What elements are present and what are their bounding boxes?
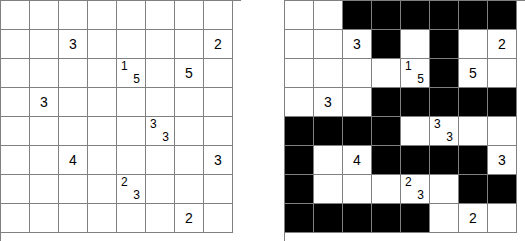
puzzle-cell-r1c3[interactable] (59, 1, 88, 30)
puzzle-cell-r1c4[interactable] (88, 1, 117, 30)
solution-cell-r7c1 (285, 175, 314, 204)
solution-cell-r8c2 (314, 204, 343, 233)
solution-cell-r3c5: 15 (401, 59, 430, 88)
puzzle-cell-r3c3[interactable] (59, 59, 88, 88)
puzzle-cell-r3c2[interactable] (30, 59, 59, 88)
solution-cell-r6c2 (314, 146, 343, 175)
clue-value-top-left: 1 (405, 60, 412, 73)
puzzle-cell-r1c7[interactable] (175, 1, 204, 30)
solution-cell-r4c4 (372, 88, 401, 117)
solution-cell-r1c3 (343, 1, 372, 30)
puzzle-cell-r6c3[interactable]: 4 (59, 146, 88, 175)
puzzle-cell-r7c1[interactable] (1, 175, 30, 204)
solution-cell-r6c1 (285, 146, 314, 175)
solution-cell-r8c7: 2 (459, 204, 488, 233)
solution-cell-r2c7 (459, 30, 488, 59)
puzzle-cell-r6c4[interactable] (88, 146, 117, 175)
puzzle-cell-r4c7[interactable] (175, 88, 204, 117)
clue-value: 3 (343, 30, 371, 58)
solution-cell-r8c1 (285, 204, 314, 233)
puzzle-cell-r6c1[interactable] (1, 146, 30, 175)
clue-value-bottom-right: 3 (162, 131, 169, 144)
solution-cell-r2c6 (430, 30, 459, 59)
solution-cell-r6c3: 4 (343, 146, 372, 175)
puzzle-cell-r5c5[interactable] (117, 117, 146, 146)
puzzle-cell-r8c4[interactable] (88, 204, 117, 233)
puzzle-cell-r2c5[interactable] (117, 30, 146, 59)
solution-cell-r2c3: 3 (343, 30, 372, 59)
solution-cell-r1c7 (459, 1, 488, 30)
solution-cell-r2c2 (314, 30, 343, 59)
solution-cell-r3c2 (314, 59, 343, 88)
solution-cell-r4c2: 3 (314, 88, 343, 117)
solution-cell-r8c6 (430, 204, 459, 233)
puzzle-cell-r5c2[interactable] (30, 117, 59, 146)
solution-cell-r6c5 (401, 146, 430, 175)
puzzle-cell-r4c3[interactable] (59, 88, 88, 117)
solution-cell-r2c8: 2 (488, 30, 517, 59)
solution-cell-r5c7 (459, 117, 488, 146)
clue-value: 3 (488, 146, 516, 174)
solution-cell-r4c1 (285, 88, 314, 117)
solution-cell-r3c4 (372, 59, 401, 88)
puzzle-cell-r3c1[interactable] (1, 59, 30, 88)
clue-value-bottom-right: 5 (133, 73, 140, 86)
solution-cell-r2c5 (401, 30, 430, 59)
solution-cell-r3c3 (343, 59, 372, 88)
clue-value: 3 (59, 30, 87, 58)
puzzle-cell-r5c3[interactable] (59, 117, 88, 146)
clue-value: 3 (204, 146, 232, 174)
solution-cell-r8c5 (401, 204, 430, 233)
solution-cell-r7c6 (430, 175, 459, 204)
clue-value-bottom-right: 5 (417, 73, 424, 86)
clue-value-bottom-right: 3 (133, 189, 140, 202)
clue-value: 4 (59, 146, 87, 174)
puzzle-cell-r7c5[interactable]: 23 (117, 175, 146, 204)
solution-cell-r1c6 (430, 1, 459, 30)
clue-value-top-left: 1 (121, 60, 128, 73)
solution-cell-r3c6 (430, 59, 459, 88)
puzzle-cell-r1c6[interactable] (146, 1, 175, 30)
solution-cell-r4c6 (430, 88, 459, 117)
solution-cell-r4c5 (401, 88, 430, 117)
solution-cell-r5c2 (314, 117, 343, 146)
solution-cell-r1c5 (401, 1, 430, 30)
clue-value: 4 (343, 146, 371, 174)
solution-cell-r2c1 (285, 30, 314, 59)
solution-cell-r5c3 (343, 117, 372, 146)
puzzle-cell-r3c4[interactable] (88, 59, 117, 88)
solution-cell-r3c8 (488, 59, 517, 88)
solution-cell-r4c3 (343, 88, 372, 117)
puzzle-cell-r6c6[interactable] (146, 146, 175, 175)
puzzle-cell-r8c3[interactable] (59, 204, 88, 233)
solution-cell-r6c6 (430, 146, 459, 175)
solution-cell-r1c4 (372, 1, 401, 30)
clue-value: 3 (314, 88, 342, 116)
solution-cell-r1c2 (314, 1, 343, 30)
puzzle-cell-r4c1[interactable] (1, 88, 30, 117)
puzzle-cell-r8c6[interactable] (146, 204, 175, 233)
puzzle-cell-r6c2[interactable] (30, 146, 59, 175)
solution-cell-r5c6: 33 (430, 117, 459, 146)
puzzle-cell-r6c5[interactable] (117, 146, 146, 175)
puzzle-cell-r7c8[interactable] (204, 175, 233, 204)
clue-value-top-left: 3 (434, 118, 441, 131)
puzzle-cell-r8c8[interactable] (204, 204, 233, 233)
puzzle-cell-r2c8[interactable]: 2 (204, 30, 233, 59)
tapa-solution-grid: 3215533343232 (284, 0, 525, 241)
solution-cell-r8c8 (488, 204, 517, 233)
puzzle-cell-r2c4[interactable] (88, 30, 117, 59)
clue-value: 2 (175, 204, 203, 232)
solution-cell-r7c2 (314, 175, 343, 204)
puzzle-cell-r4c2[interactable]: 3 (30, 88, 59, 117)
puzzle-cell-r4c6[interactable] (146, 88, 175, 117)
solution-cell-r6c7 (459, 146, 488, 175)
puzzle-cell-r8c5[interactable] (117, 204, 146, 233)
puzzle-cell-r5c4[interactable] (88, 117, 117, 146)
solution-cell-r7c3 (343, 175, 372, 204)
solution-cell-r4c8 (488, 88, 517, 117)
clue-value: 2 (459, 204, 487, 232)
clue-value: 3 (30, 88, 58, 116)
solution-cell-r3c7: 5 (459, 59, 488, 88)
clue-value-bottom-right: 3 (417, 189, 424, 202)
solution-cell-r1c8 (488, 1, 517, 30)
puzzle-cell-r1c2[interactable] (30, 1, 59, 30)
puzzle-cell-r7c4[interactable] (88, 175, 117, 204)
puzzle-cell-r1c5[interactable] (117, 1, 146, 30)
puzzle-cell-r8c2[interactable] (30, 204, 59, 233)
solution-cell-r3c1 (285, 59, 314, 88)
puzzle-cell-r3c5[interactable]: 15 (117, 59, 146, 88)
puzzle-cell-r7c6[interactable] (146, 175, 175, 204)
solution-cell-r2c4 (372, 30, 401, 59)
tapa-puzzle-grid: 3215533343232 (0, 0, 241, 241)
solution-cell-r5c5 (401, 117, 430, 146)
puzzle-cell-r6c8[interactable]: 3 (204, 146, 233, 175)
clue-value-top-left: 2 (121, 176, 128, 189)
puzzle-cell-r7c7[interactable] (175, 175, 204, 204)
puzzle-cell-r8c1[interactable] (1, 204, 30, 233)
puzzle-cell-r1c1[interactable] (1, 1, 30, 30)
puzzle-cell-r4c4[interactable] (88, 88, 117, 117)
puzzle-cell-r8c7[interactable]: 2 (175, 204, 204, 233)
puzzle-cell-r3c7[interactable]: 5 (175, 59, 204, 88)
puzzle-cell-r2c1[interactable] (1, 30, 30, 59)
clue-value: 5 (175, 59, 203, 87)
solution-cell-r7c7 (459, 175, 488, 204)
puzzle-cell-r5c6[interactable]: 33 (146, 117, 175, 146)
clue-value-top-left: 3 (150, 118, 157, 131)
clue-value-bottom-right: 3 (446, 131, 453, 144)
puzzle-cell-r5c7[interactable] (175, 117, 204, 146)
puzzle-cell-r2c6[interactable] (146, 30, 175, 59)
solution-cell-r8c3 (343, 204, 372, 233)
puzzle-cell-r3c8[interactable] (204, 59, 233, 88)
puzzle-cell-r7c3[interactable] (59, 175, 88, 204)
solution-cell-r5c8 (488, 117, 517, 146)
clue-value: 5 (459, 59, 487, 87)
puzzle-cell-r2c2[interactable] (30, 30, 59, 59)
solution-cell-r4c7 (459, 88, 488, 117)
solution-cell-r6c8: 3 (488, 146, 517, 175)
puzzle-cell-r5c1[interactable] (1, 117, 30, 146)
puzzle-cell-r4c5[interactable] (117, 88, 146, 117)
puzzle-cell-r5c8[interactable] (204, 117, 233, 146)
solution-cell-r1c1 (285, 1, 314, 30)
solution-cell-r5c1 (285, 117, 314, 146)
solution-cell-r7c4 (372, 175, 401, 204)
clue-value-top-left: 2 (405, 176, 412, 189)
clue-value: 2 (204, 30, 232, 58)
solution-cell-r8c4 (372, 204, 401, 233)
puzzle-cell-r3c6[interactable] (146, 59, 175, 88)
puzzle-cell-r2c3[interactable]: 3 (59, 30, 88, 59)
puzzle-cell-r6c7[interactable] (175, 146, 204, 175)
puzzle-cell-r4c8[interactable] (204, 88, 233, 117)
solution-cell-r7c5: 23 (401, 175, 430, 204)
clue-value: 2 (488, 30, 516, 58)
puzzle-cell-r1c8[interactable] (204, 1, 233, 30)
solution-cell-r5c4 (372, 117, 401, 146)
puzzle-cell-r2c7[interactable] (175, 30, 204, 59)
solution-cell-r6c4 (372, 146, 401, 175)
puzzle-cell-r7c2[interactable] (30, 175, 59, 204)
solution-cell-r7c8 (488, 175, 517, 204)
